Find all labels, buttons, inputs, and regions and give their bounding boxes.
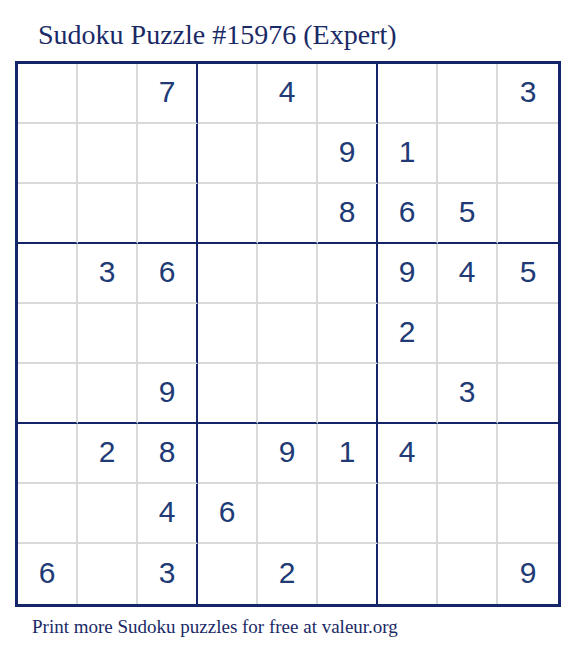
cell-r7c8	[438, 424, 498, 484]
cell-r2c1	[18, 124, 78, 184]
cell-r5c1	[18, 304, 78, 364]
cell-r9c2	[78, 544, 138, 604]
cell-r8c8	[438, 484, 498, 544]
page-title: Sudoku Puzzle #15976 (Expert)	[38, 19, 397, 51]
cell-r6c5	[258, 364, 318, 424]
cell-r5c4	[198, 304, 258, 364]
cell-r7c7: 4	[378, 424, 438, 484]
cell-r2c8	[438, 124, 498, 184]
cell-r3c6: 8	[318, 184, 378, 244]
cell-r3c7: 6	[378, 184, 438, 244]
cell-r2c6: 9	[318, 124, 378, 184]
cell-r3c9	[498, 184, 558, 244]
cell-r5c6	[318, 304, 378, 364]
cell-r2c5	[258, 124, 318, 184]
cell-r1c9: 3	[498, 64, 558, 124]
cell-r9c7	[378, 544, 438, 604]
cell-r5c8	[438, 304, 498, 364]
cell-r7c3: 8	[138, 424, 198, 484]
cell-r9c8	[438, 544, 498, 604]
cell-r9c5: 2	[258, 544, 318, 604]
cell-r5c3	[138, 304, 198, 364]
cell-r7c4	[198, 424, 258, 484]
cell-r7c5: 9	[258, 424, 318, 484]
cell-r8c5	[258, 484, 318, 544]
cell-r1c1	[18, 64, 78, 124]
cell-r6c8: 3	[438, 364, 498, 424]
cell-r5c9	[498, 304, 558, 364]
cell-r1c6	[318, 64, 378, 124]
cell-r6c7	[378, 364, 438, 424]
cell-r8c3: 4	[138, 484, 198, 544]
cell-r5c2	[78, 304, 138, 364]
cell-r4c1	[18, 244, 78, 304]
cell-r1c4	[198, 64, 258, 124]
cell-r1c8	[438, 64, 498, 124]
cell-r1c3: 7	[138, 64, 198, 124]
cell-r6c1	[18, 364, 78, 424]
cell-r3c2	[78, 184, 138, 244]
cell-r9c4	[198, 544, 258, 604]
cell-r9c9: 9	[498, 544, 558, 604]
cell-r5c7: 2	[378, 304, 438, 364]
cell-r4c6	[318, 244, 378, 304]
cell-r4c3: 6	[138, 244, 198, 304]
footer-text: Print more Sudoku puzzles for free at va…	[32, 616, 398, 638]
cell-r1c5: 4	[258, 64, 318, 124]
cell-r5c5	[258, 304, 318, 364]
cell-r6c4	[198, 364, 258, 424]
cell-r3c4	[198, 184, 258, 244]
cell-r3c3	[138, 184, 198, 244]
cell-r2c9	[498, 124, 558, 184]
cell-r8c2	[78, 484, 138, 544]
cell-r8c7	[378, 484, 438, 544]
cell-r8c9	[498, 484, 558, 544]
sudoku-grid: 743918653694529328914466329	[15, 61, 561, 607]
cell-r7c9	[498, 424, 558, 484]
cell-r4c2: 3	[78, 244, 138, 304]
cell-r2c2	[78, 124, 138, 184]
cell-r4c7: 9	[378, 244, 438, 304]
cell-r2c7: 1	[378, 124, 438, 184]
cell-r4c8: 4	[438, 244, 498, 304]
cell-r2c3	[138, 124, 198, 184]
cell-r6c2	[78, 364, 138, 424]
cell-r8c4: 6	[198, 484, 258, 544]
cell-r3c8: 5	[438, 184, 498, 244]
cell-r6c3: 9	[138, 364, 198, 424]
cell-r7c2: 2	[78, 424, 138, 484]
cell-r2c4	[198, 124, 258, 184]
cell-r7c6: 1	[318, 424, 378, 484]
cell-r7c1	[18, 424, 78, 484]
cell-r6c9	[498, 364, 558, 424]
cell-r4c4	[198, 244, 258, 304]
cell-r4c9: 5	[498, 244, 558, 304]
cell-r9c1: 6	[18, 544, 78, 604]
cell-r8c6	[318, 484, 378, 544]
cell-r9c3: 3	[138, 544, 198, 604]
cell-r3c5	[258, 184, 318, 244]
cell-r8c1	[18, 484, 78, 544]
cell-r9c6	[318, 544, 378, 604]
cell-r3c1	[18, 184, 78, 244]
cell-r1c7	[378, 64, 438, 124]
cell-r6c6	[318, 364, 378, 424]
cell-r4c5	[258, 244, 318, 304]
cell-r1c2	[78, 64, 138, 124]
